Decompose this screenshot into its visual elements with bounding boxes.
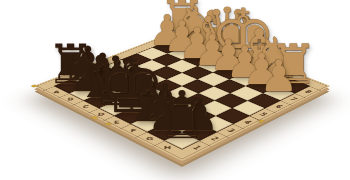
brass-corner-clasp bbox=[31, 84, 38, 87]
chess-set-photo: ABCDEFGH 87654321 ♜♞♝♛♚♝♞♜♟♟♟♟♟♟♟♟♟♟♟♟♟♟… bbox=[0, 0, 350, 180]
chess-board: ABCDEFGH 87654321 bbox=[34, 29, 331, 162]
board-squares bbox=[55, 36, 310, 149]
